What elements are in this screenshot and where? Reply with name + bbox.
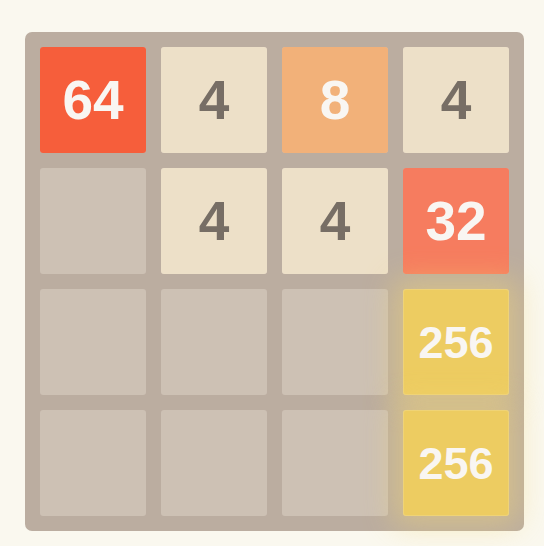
cell-r3c4: 256 (403, 289, 509, 395)
cell-r4c4: 256 (403, 410, 509, 516)
cell-r2c2: 4 (161, 168, 267, 274)
cell-r2c3: 4 (282, 168, 388, 274)
tile-64-r1c1: 64 (40, 47, 146, 153)
tile-256-r4c4: 256 (403, 410, 509, 516)
tile-4-r1c4: 4 (403, 47, 509, 153)
cell-r1c3: 8 (282, 47, 388, 153)
cell-r2c1 (40, 168, 146, 274)
cell-r4c2 (161, 410, 267, 516)
board[interactable]: 644844432256256 (25, 32, 524, 531)
tile-256-r3c4: 256 (403, 289, 509, 395)
cell-r1c4: 4 (403, 47, 509, 153)
tile-4-r1c2: 4 (161, 47, 267, 153)
cell-r4c1 (40, 410, 146, 516)
cell-r1c2: 4 (161, 47, 267, 153)
tile-4-r2c3: 4 (282, 168, 388, 274)
cell-r3c3 (282, 289, 388, 395)
cell-r3c1 (40, 289, 146, 395)
cell-r3c2 (161, 289, 267, 395)
tile-8-r1c3: 8 (282, 47, 388, 153)
cell-r1c1: 64 (40, 47, 146, 153)
cell-r4c3 (282, 410, 388, 516)
cell-r2c4: 32 (403, 168, 509, 274)
tile-4-r2c2: 4 (161, 168, 267, 274)
tile-32-r2c4: 32 (403, 168, 509, 274)
